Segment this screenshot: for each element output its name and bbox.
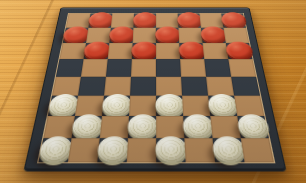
- square-h4[interactable]: [231, 77, 260, 96]
- square-h2[interactable]: [237, 116, 269, 138]
- square-g6: [203, 43, 229, 59]
- white-piece[interactable]: [155, 94, 184, 116]
- red-piece[interactable]: [225, 41, 254, 59]
- white-piece[interactable]: [127, 114, 157, 138]
- square-a6: [59, 43, 86, 59]
- square-h8[interactable]: [221, 13, 246, 27]
- square-b8[interactable]: [88, 13, 112, 27]
- square-e6: [156, 43, 180, 59]
- square-e1[interactable]: [156, 138, 186, 162]
- square-e7[interactable]: [156, 28, 179, 43]
- square-a1[interactable]: [38, 138, 71, 162]
- white-piece[interactable]: [236, 114, 270, 138]
- square-f1: [184, 138, 215, 162]
- square-b4[interactable]: [78, 77, 106, 96]
- square-g1[interactable]: [213, 138, 245, 162]
- square-a3[interactable]: [48, 96, 78, 116]
- red-piece[interactable]: [155, 26, 180, 42]
- square-h1: [241, 138, 274, 162]
- square-f6[interactable]: [179, 43, 204, 59]
- square-g3[interactable]: [208, 96, 237, 116]
- square-h6[interactable]: [226, 43, 253, 59]
- square-b1: [68, 138, 100, 162]
- square-f8[interactable]: [178, 13, 201, 27]
- square-a7[interactable]: [63, 28, 89, 43]
- square-d1: [127, 138, 156, 162]
- square-d6[interactable]: [132, 43, 156, 59]
- red-piece[interactable]: [131, 41, 157, 59]
- square-d4[interactable]: [130, 77, 156, 96]
- red-piece[interactable]: [220, 12, 247, 27]
- red-piece[interactable]: [133, 12, 157, 27]
- red-piece[interactable]: [88, 12, 114, 27]
- square-d2[interactable]: [128, 116, 156, 138]
- board-squares: [38, 13, 274, 162]
- square-c1[interactable]: [97, 138, 128, 162]
- square-c6: [108, 43, 133, 59]
- square-f4[interactable]: [181, 77, 208, 96]
- red-piece[interactable]: [178, 41, 205, 59]
- square-c5[interactable]: [106, 59, 132, 77]
- square-e3[interactable]: [156, 96, 183, 116]
- square-g7[interactable]: [201, 28, 226, 43]
- square-h5: [228, 59, 256, 77]
- square-f2[interactable]: [183, 116, 212, 138]
- square-d8[interactable]: [133, 13, 156, 27]
- white-piece[interactable]: [182, 114, 214, 138]
- white-piece[interactable]: [155, 136, 187, 162]
- checkers-game-scene: [0, 0, 306, 183]
- square-e5[interactable]: [156, 59, 181, 77]
- red-piece[interactable]: [83, 41, 111, 59]
- red-piece[interactable]: [108, 26, 134, 42]
- square-c3[interactable]: [102, 96, 130, 116]
- checkers-board: [23, 7, 286, 171]
- square-d5: [131, 59, 156, 77]
- white-piece[interactable]: [70, 114, 103, 138]
- square-g5[interactable]: [204, 59, 231, 77]
- square-c7[interactable]: [109, 28, 133, 43]
- square-b2[interactable]: [72, 116, 102, 138]
- white-piece[interactable]: [96, 136, 129, 162]
- square-b5: [81, 59, 108, 77]
- square-b6[interactable]: [84, 43, 110, 59]
- red-piece[interactable]: [177, 12, 202, 27]
- square-f5: [180, 59, 206, 77]
- square-a5[interactable]: [56, 59, 84, 77]
- white-piece[interactable]: [101, 94, 131, 116]
